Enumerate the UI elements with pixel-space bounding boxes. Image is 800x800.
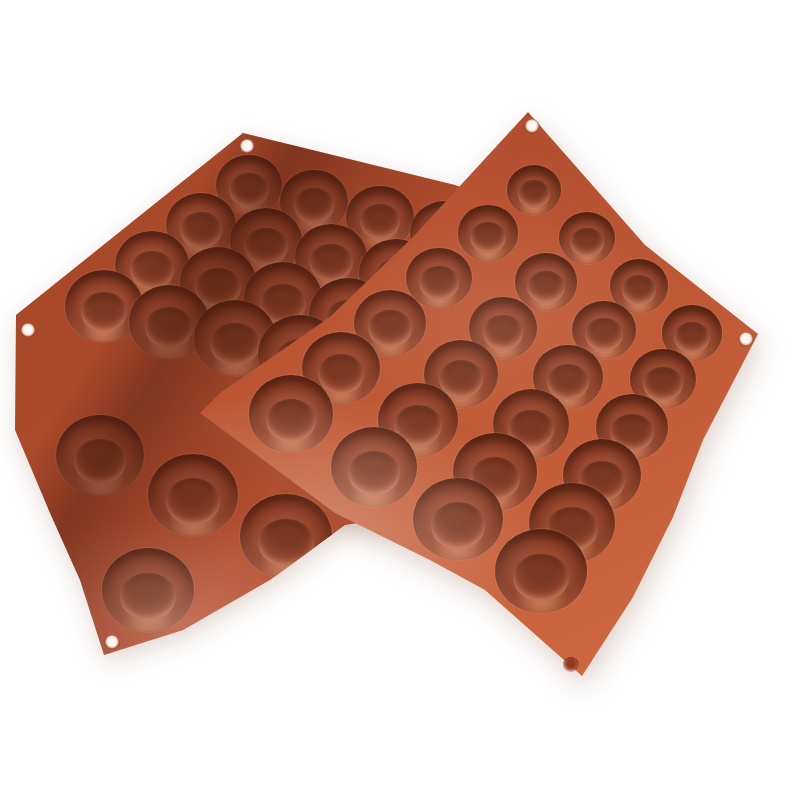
silicone-mold-front (0, 0, 800, 800)
mold-cavity (559, 212, 615, 264)
cavity-bottom (266, 399, 316, 442)
cavity-bottom (470, 222, 506, 253)
cavity-bottom (368, 310, 411, 347)
cavity-bottom (518, 180, 550, 208)
cavity-bottom (527, 271, 564, 303)
mold-surface-front (0, 0, 800, 800)
cavity-bottom (622, 275, 657, 305)
corner-hang-hole (524, 119, 540, 134)
mold-cavity (495, 529, 587, 614)
corner-hang-hole (738, 332, 754, 347)
cavity-bottom (431, 502, 485, 548)
cavity-bottom (674, 322, 710, 353)
mold-cavity (458, 205, 518, 260)
mold-cavity (413, 478, 503, 561)
cavity-bottom (419, 266, 459, 300)
cavity-bottom (585, 318, 623, 351)
cavity-bottom (570, 228, 604, 257)
cavity-bottom (643, 367, 683, 401)
mold-cavity (249, 375, 333, 452)
mold-cavity (507, 165, 561, 215)
mold-cavity (515, 253, 577, 310)
product-photo-stage (0, 0, 800, 800)
mold-cavity (331, 427, 417, 506)
cavity-bottom (483, 315, 524, 350)
cavity-bottom (318, 354, 365, 394)
cavity-bottom (513, 554, 568, 601)
cavity-bottom (348, 451, 400, 495)
corner-hang-hole (563, 657, 579, 672)
